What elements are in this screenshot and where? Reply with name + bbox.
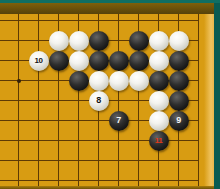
- move-number-label: 9: [176, 116, 181, 125]
- go-board[interactable]: 1087911: [0, 14, 214, 186]
- go-stone-black-O17[interactable]: [89, 51, 109, 71]
- go-stone-white-R15[interactable]: [149, 91, 169, 111]
- grid-hline: [0, 140, 199, 141]
- grid-hline: [0, 160, 199, 161]
- grid-vline: [38, 14, 39, 186]
- go-stone-white-N18[interactable]: [69, 31, 89, 51]
- move-number-label: 10: [35, 57, 43, 65]
- go-stone-white-L17[interactable]: 10: [29, 51, 49, 71]
- go-client-screenshot: 1087911: [0, 0, 220, 189]
- board-right-bevel: [204, 14, 214, 186]
- go-stone-white-O15[interactable]: 8: [89, 91, 109, 111]
- go-stone-black-P14[interactable]: 7: [109, 111, 129, 131]
- go-stone-white-O16[interactable]: [89, 71, 109, 91]
- star-point-K16: [17, 79, 21, 83]
- go-stone-white-R18[interactable]: [149, 31, 169, 51]
- board-top-edge: [0, 3, 214, 14]
- go-stone-black-S14[interactable]: 9: [169, 111, 189, 131]
- go-stone-black-S17[interactable]: [169, 51, 189, 71]
- move-number-label: 7: [116, 116, 121, 125]
- go-stone-white-P16[interactable]: [109, 71, 129, 91]
- go-stone-black-O18[interactable]: [89, 31, 109, 51]
- move-number-label: 8: [96, 96, 101, 105]
- grid-hline: [0, 20, 199, 21]
- go-stone-black-S16[interactable]: [169, 71, 189, 91]
- board-bottom-edge: [0, 186, 214, 189]
- go-stone-white-S18[interactable]: [169, 31, 189, 51]
- go-stone-black-R13[interactable]: 11: [149, 131, 169, 151]
- go-stone-black-Q17[interactable]: [129, 51, 149, 71]
- go-stone-black-S15[interactable]: [169, 91, 189, 111]
- go-stone-black-M17[interactable]: [49, 51, 69, 71]
- move-number-label: 11: [155, 137, 162, 145]
- grid-vline: [198, 14, 199, 186]
- go-stone-black-Q18[interactable]: [129, 31, 149, 51]
- go-stone-black-R16[interactable]: [149, 71, 169, 91]
- grid-vline: [118, 14, 119, 186]
- go-stone-black-N16[interactable]: [69, 71, 89, 91]
- grid-vline: [18, 14, 19, 186]
- go-stone-white-R14[interactable]: [149, 111, 169, 131]
- go-stone-white-R17[interactable]: [149, 51, 169, 71]
- go-stone-white-N17[interactable]: [69, 51, 89, 71]
- go-stone-white-Q16[interactable]: [129, 71, 149, 91]
- go-stone-white-M18[interactable]: [49, 31, 69, 51]
- grid-hline: [0, 180, 199, 181]
- go-stone-black-P17[interactable]: [109, 51, 129, 71]
